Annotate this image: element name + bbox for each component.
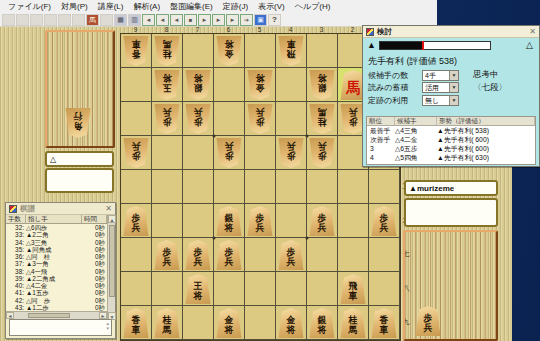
piece-16-kanji: 歩兵 [380,213,389,232]
dropdown-value: 活用 [423,83,449,92]
go-button[interactable]: ➔ [240,14,253,26]
scroll-up-icon[interactable]: ▲ [108,215,116,223]
gote-clock-box [45,168,114,193]
gote-hand-piece-kanji: 角行 [74,112,83,131]
gote-mark: △ [526,41,533,50]
menu-item-8[interactable]: ヘルプ(H) [291,0,335,13]
sente-clock-box [404,198,498,227]
cell-42[interactable] [276,68,307,102]
kifu-row-no: 33: [6,231,26,238]
piece-52[interactable]: 金将 [247,70,273,100]
hscroll-thumb[interactable] [28,313,70,318]
sente-mark-small: ▲ [437,145,444,152]
analysis-window-title: 検討 [377,27,392,37]
paste-button[interactable] [72,14,85,26]
gote-name-label: △ [50,155,56,164]
cell-76[interactable] [183,204,214,238]
piece-96[interactable]: 歩兵 [123,206,149,236]
piece-33-kanji: 桂馬 [318,108,327,127]
piece-16[interactable]: 歩兵 [371,206,397,236]
kifu-row-33[interactable]: 33:▲2二角0秒 [6,231,107,238]
menu-item-3[interactable]: 講座(L) [94,0,128,13]
kifu-row-34[interactable]: 34:△3三角0秒 [6,239,107,246]
piece-96-kanji: 歩兵 [132,213,141,232]
first-move-button[interactable]: ◄ [142,14,155,26]
sente-mark-small: ▲ [437,154,444,161]
option-dropdown[interactable]: 活用▼ [422,82,459,93]
piece-81-kanji: 桂馬 [163,40,172,59]
piece-44-kanji: 歩兵 [287,142,296,161]
cell-97[interactable] [121,238,152,272]
sente-name-label: ▲murizeme [409,184,454,193]
kifu-row-no: 38: [6,268,26,275]
kifu-row-time: 0秒 [82,246,107,253]
menu-item-1[interactable]: ファイル(F) [4,0,55,13]
kifu-vscrollbar[interactable]: ▲ ▼ [107,215,115,320]
kifu-row-no: 34: [6,239,26,246]
piece-94-kanji: 歩兵 [132,142,141,161]
cell-65[interactable] [214,170,245,204]
kifu-row-38[interactable]: 38:△4一飛0秒 [6,268,107,275]
analysis-option-1: 候補手の数4手▼思考中 [368,69,535,82]
cell-95[interactable] [121,170,152,204]
piece-52-kanji: 金将 [256,74,265,93]
kifu-row-43[interactable]: 43:▲1二歩0秒 [6,304,107,311]
piece-91-kanji: 香車 [132,40,141,59]
cell-18[interactable] [369,272,400,306]
sente-mark-small: ▲ [437,136,444,143]
kifu-row-move: △同 桂 [26,253,82,260]
kifu-row-no: 42: [6,297,26,304]
option-dropdown[interactable]: 無し▼ [422,95,459,106]
candidate-table: 順位 候補手 形勢（評価値） 最善手△4三角▲先手有利( 538)次善手△4二金… [366,116,536,165]
piece-64[interactable]: 歩兵 [216,138,242,168]
piece-47[interactable]: 歩兵 [278,240,304,270]
menu-item-2[interactable]: 対局(P) [57,0,92,13]
option-label: 候補手の数 [368,70,422,81]
fwd10-button[interactable]: ► [212,14,225,26]
candidate-row-4[interactable]: 4△5四角▲先手有利( 630) [367,153,535,162]
dropdown-value: 4手 [423,71,449,80]
option-right-text: 〈七段〉 [473,82,507,94]
piece-34-kanji: 歩兵 [318,142,327,161]
piece-28[interactable]: 飛車 [340,274,366,304]
piece-78[interactable]: 王将 [185,274,211,304]
kifu-row-time: 0秒 [82,297,107,304]
piece-29[interactable]: 桂馬 [340,308,366,338]
kifu-row-move: ▲1五歩 [26,289,82,296]
piece-91[interactable]: 香車 [123,36,149,66]
piece-56-kanji: 歩兵 [256,213,265,232]
stop-button[interactable]: ■ [184,14,197,26]
help-button[interactable]: ? [268,14,281,26]
cell-88[interactable] [152,272,183,306]
piece-32[interactable]: 銀将 [309,70,335,100]
piece-32-kanji: 銀将 [318,74,327,93]
piece-47-kanji: 歩兵 [287,247,296,266]
kifu-row-time: 0秒 [82,282,107,289]
kifu-view-button[interactable]: ▥ [128,14,141,26]
sente-name-plate: ▲murizeme [404,180,498,196]
next-move-button[interactable]: ► [198,14,211,26]
cell-43[interactable] [276,102,307,136]
cell-62[interactable] [214,68,245,102]
piece-41-kanji: 飛車 [287,40,296,59]
cell-58[interactable] [245,272,276,306]
analysis-close-icon[interactable]: ✕ [529,28,536,36]
candidate-rank: 次善手 [367,135,395,145]
eval-status-text: 先手有利 (評価値 538) [368,55,457,68]
candidate-rows: 最善手△4三角▲先手有利( 538)次善手△4二金▲先手有利( 600)3△6五… [367,126,535,162]
piece-39-kanji: 銀将 [318,315,327,334]
piece-49[interactable]: 金将 [278,308,304,338]
cell-38[interactable] [307,272,338,306]
piece-69[interactable]: 金将 [216,308,242,338]
kifu-row-time: 0秒 [82,239,107,246]
piece-72-kanji: 銀将 [194,74,203,93]
piece-button[interactable]: 馬 [86,14,99,26]
menu-bar: ファイル(F)対局(P)講座(L)解析(A)盤面編集(E)定跡(J)表示(V)ヘ… [0,0,437,13]
new-button[interactable] [2,14,15,26]
open-button[interactable] [16,14,29,26]
piece-77-kanji: 歩兵 [194,247,203,266]
piece-77[interactable]: 歩兵 [185,240,211,270]
kifu-row-35[interactable]: 35:▲同角成0秒 [6,246,107,253]
candidate-move: △5四角 [395,153,437,163]
cell-86[interactable] [152,204,183,238]
cell-85[interactable] [152,170,183,204]
kifu-window-title: 棋譜 [20,204,35,214]
cell-26[interactable] [338,204,369,238]
kifu-list-header: 手数 指し手 時間 [6,215,107,224]
candidate-eval: 先手有利( 630) [444,153,535,163]
analysis-title-bar[interactable]: 検討 ✕ [363,26,539,38]
menu-item-6[interactable]: 定跡(J) [219,0,252,13]
piece-36-kanji: 歩兵 [318,213,327,232]
cell-35[interactable] [307,170,338,204]
desktop: ファイル(F)対局(P)講座(L)解析(A)盤面編集(E)定跡(J)表示(V)ヘ… [0,0,540,341]
kifu-col-no: 手数 [6,215,26,223]
kifu-window: 棋譜 ✕ 手数 指し手 時間 32:△6四歩0秒33:▲2二角0秒34:△3三角… [5,202,116,339]
kifu-row-move: △6四歩 [26,224,82,231]
scroll-right-icon[interactable]: ► [99,312,107,319]
kifu-row-40[interactable]: 40:△4二金0秒 [6,282,107,289]
cell-68[interactable] [214,272,245,306]
piece-19-kanji: 香車 [380,315,389,334]
sente-hand-piece-kanji: 歩兵 [424,313,433,332]
piece-66-kanji: 銀将 [225,213,234,232]
board-view-button[interactable]: ▦ [114,14,127,26]
kifu-title-bar[interactable]: 棋譜 ✕ [6,203,115,215]
kifu-row-no: 43: [6,304,26,311]
kifu-row-41[interactable]: 41:▲1五歩0秒 [6,289,107,296]
analysis-option-3: 定跡の利用無し▼ [368,94,535,107]
eval-bar-tick [422,41,424,50]
kifu-window-icon [9,205,17,213]
scroll-left-icon[interactable]: ◄ [6,312,14,319]
kifu-row-39[interactable]: 39:▲2二角成0秒 [6,275,107,282]
kifu-col-move: 指し手 [26,215,82,223]
chevron-down-icon[interactable]: ▼ [449,71,458,80]
sente-komadai[interactable]: 歩兵 [403,230,498,341]
piece-81[interactable]: 桂馬 [154,36,180,66]
cell-71[interactable] [183,34,214,68]
gote-name-plate: △ [45,151,114,167]
sente-mark-small: ▲ [437,127,444,134]
piece-29-kanji: 桂馬 [349,315,358,334]
kifu-row-time: 0秒 [82,231,107,238]
col-eval: 形勢（評価値） [437,117,535,125]
cell-74[interactable] [183,136,214,170]
cell-31[interactable] [307,34,338,68]
option-label: 定跡の利用 [368,95,422,106]
kifu-row-move: ▲同角成 [26,246,82,253]
cell-25[interactable] [338,170,369,204]
kifu-row-37[interactable]: 37:▲3一角0秒 [6,260,107,267]
kifu-row-no: 36: [6,253,26,260]
piece-44[interactable]: 歩兵 [278,138,304,168]
kifu-row-no: 40: [6,282,26,289]
kifu-hscrollbar[interactable]: ◄ ► [6,311,107,319]
analysis-body: ▲ △ 先手有利 (評価値 538) 候補手の数4手▼思考中読みの蓄積活用▼〈七… [363,38,539,166]
kifu-row-move: △4二金 [26,282,82,289]
cell-84[interactable] [152,136,183,170]
piece-19[interactable]: 香車 [371,308,397,338]
cell-46[interactable] [276,204,307,238]
gote-komadai[interactable]: 角行 [45,30,115,148]
back10-button[interactable]: ◄ [156,14,169,26]
piece-33[interactable]: 桂馬 [309,104,335,134]
kifu-row-no: 37: [6,260,26,267]
chevron-down-icon[interactable]: ▼ [449,83,458,92]
cell-92[interactable] [121,68,152,102]
cell-55[interactable] [245,170,276,204]
eval-bar-row: ▲ △ [367,41,533,50]
piece-72[interactable]: 銀将 [185,70,211,100]
edit-button[interactable] [44,14,57,26]
kifu-row-no: 35: [6,246,26,253]
kifu-row-move: △同 歩 [26,297,82,304]
cell-37[interactable] [307,238,338,272]
piece-36[interactable]: 歩兵 [309,206,335,236]
eval-bar [379,41,491,50]
cell-79[interactable] [183,306,214,340]
piece-73[interactable]: 歩兵 [185,104,211,134]
display-button[interactable]: ▣ [254,14,267,26]
col-rank: 順位 [367,117,395,125]
candidate-rank: 4 [367,154,395,161]
piece-61[interactable]: 金将 [216,36,242,66]
save-button[interactable] [30,14,43,26]
menu-item-5[interactable]: 盤面編集(E) [166,0,217,13]
cell-75[interactable] [183,170,214,204]
piece-89[interactable]: 桂馬 [154,308,180,338]
kifu-move-list[interactable]: 32:△6四歩0秒33:▲2二角0秒34:△3三角0秒35:▲同角成0秒36:△… [6,224,107,311]
analysis-window-icon [366,28,374,36]
piece-94[interactable]: 歩兵 [123,138,149,168]
kifu-col-time: 時間 [82,215,107,223]
piece-73-kanji: 歩兵 [194,108,203,127]
cell-45[interactable] [276,170,307,204]
kifu-row-time: 0秒 [82,253,107,260]
piece-49-kanji: 金将 [287,315,296,334]
eval-bar-fill [380,42,422,49]
option-right-text: 思考中 [473,69,499,81]
kifu-row-move: △3三角 [26,239,82,246]
kifu-row-time: 0秒 [82,224,107,231]
analysis-options: 候補手の数4手▼思考中読みの蓄積活用▼〈七段〉定跡の利用無し▼ [368,69,535,107]
cell-57[interactable] [245,238,276,272]
kifu-row-move: ▲2二角成 [26,275,82,282]
cell-51[interactable] [245,34,276,68]
comment-spin-icons[interactable]: ▲▼ [106,321,110,331]
col-move: 候補手 [395,117,437,125]
analysis-window: 検討 ✕ ▲ △ 先手有利 (評価値 538) 候補手の数4手▼思考中読みの蓄積… [362,25,540,167]
cell-98[interactable] [121,272,152,306]
cell-54[interactable] [245,136,276,170]
piece-53-kanji: 歩兵 [256,108,265,127]
piece-99-kanji: 香車 [132,315,141,334]
kifu-comment-box[interactable]: ▲▼ [9,319,112,336]
cell-27[interactable] [338,238,369,272]
prev-move-button[interactable]: ◄ [170,14,183,26]
cell-48[interactable] [276,272,307,306]
menu-item-4[interactable]: 解析(A) [129,0,164,13]
kifu-row-no: 41: [6,289,26,296]
kifu-close-icon[interactable]: ✕ [105,205,112,213]
sente-mark: ▲ [367,41,376,50]
chevron-down-icon[interactable]: ▼ [449,96,458,105]
dropdown-value: 無し [423,96,449,105]
piece-53[interactable]: 歩兵 [247,104,273,134]
candidate-rank: 3 [367,145,395,152]
piece-82-kanji: 玉将 [163,74,172,93]
kifu-row-move: ▲1二歩 [26,304,82,311]
cell-93[interactable] [121,102,152,136]
piece-23-kanji: 歩兵 [349,108,358,127]
last-move-button[interactable]: ► [226,14,239,26]
sente-hand-piece[interactable]: 歩兵 [415,306,441,336]
kifu-row-move: △4一飛 [26,268,82,275]
piece-83-kanji: 歩兵 [163,108,172,127]
kifu-row-no: 32: [6,224,26,231]
cell-15[interactable] [369,170,400,204]
gote-hand-piece[interactable]: 角行 [65,108,91,138]
kifu-row-time: 0秒 [82,304,107,311]
piece-83[interactable]: 歩兵 [154,104,180,134]
piece-34[interactable]: 歩兵 [309,138,335,168]
app-chrome: ファイル(F)対局(P)講座(L)解析(A)盤面編集(E)定跡(J)表示(V)ヘ… [0,0,437,27]
cell-17[interactable] [369,238,400,272]
copy-button[interactable] [58,14,71,26]
option-label: 読みの蓄積 [368,82,422,93]
piece-56[interactable]: 歩兵 [247,206,273,236]
analysis-option-2: 読みの蓄積活用▼〈七段〉 [368,82,535,95]
kifu-row-36[interactable]: 36:△同 桂0秒 [6,253,107,260]
kifu-row-32[interactable]: 32:△6四歩0秒 [6,224,107,231]
kifu-row-time: 0秒 [82,260,107,267]
option-dropdown[interactable]: 4手▼ [422,70,459,81]
piece-39[interactable]: 銀将 [309,308,335,338]
menu-item-7[interactable]: 表示(V) [254,0,289,13]
piece-78-kanji: 王将 [194,281,203,300]
piece-61-kanji: 金将 [225,40,234,59]
piece-28-kanji: 飛車 [349,281,358,300]
piece-89-kanji: 桂馬 [163,315,172,334]
cell-59[interactable] [245,306,276,340]
piece-22-kanji: 馬 [346,80,360,95]
kifu-row-42[interactable]: 42:△同 歩0秒 [6,297,107,304]
piece-82[interactable]: 玉将 [154,70,180,100]
setup-button[interactable] [100,14,113,26]
piece-67-kanji: 歩兵 [225,247,234,266]
piece-99[interactable]: 香車 [123,308,149,338]
cell-63[interactable] [214,102,245,136]
kifu-row-time: 0秒 [82,268,107,275]
kifu-row-time: 0秒 [82,275,107,282]
kifu-row-move: ▲2二角 [26,231,82,238]
piece-67[interactable]: 歩兵 [216,240,242,270]
piece-64-kanji: 歩兵 [225,142,234,161]
piece-87[interactable]: 歩兵 [154,240,180,270]
piece-66[interactable]: 銀将 [216,206,242,236]
piece-69-kanji: 金将 [225,315,234,334]
piece-87-kanji: 歩兵 [163,247,172,266]
vscroll-thumb[interactable] [109,225,115,297]
kifu-row-time: 0秒 [82,289,107,296]
kifu-row-no: 39: [6,275,26,282]
piece-41[interactable]: 飛車 [278,36,304,66]
kifu-row-move: ▲3一角 [26,260,82,267]
